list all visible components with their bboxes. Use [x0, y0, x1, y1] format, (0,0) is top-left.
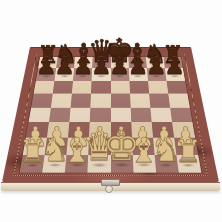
board-square-c7 [73, 68, 92, 80]
board-square-f8 [128, 57, 147, 69]
board-square-c6 [72, 81, 92, 94]
board-square-d2 [89, 138, 111, 155]
board-square-b5 [51, 94, 72, 108]
board-square-h1 [176, 155, 201, 173]
board-square-a4 [29, 107, 51, 122]
board-square-g7 [147, 68, 167, 80]
board-square-d3 [89, 122, 110, 138]
board-square-g1 [154, 155, 178, 173]
board-square-c4 [70, 107, 91, 122]
board-square-e2 [111, 138, 133, 155]
clasp-ring-icon [105, 185, 113, 193]
board-square-e7 [111, 68, 130, 80]
board-square-b1 [42, 155, 66, 173]
board-square-b4 [49, 107, 71, 122]
board-square-f6 [129, 81, 149, 94]
board-square-h7 [165, 68, 185, 80]
board-square-g5 [149, 94, 170, 108]
board-square-g2 [153, 138, 176, 155]
board-grid [20, 57, 202, 173]
board-square-c3 [68, 122, 90, 138]
board-square-h2 [174, 138, 198, 155]
board-square-b8 [56, 57, 75, 69]
chess-board [2, 47, 219, 182]
board-square-f5 [130, 94, 150, 108]
board-square-e8 [111, 57, 129, 69]
board-square-f2 [132, 138, 155, 155]
board-square-h6 [166, 81, 187, 94]
board-square-c8 [74, 57, 93, 69]
board-square-a6 [34, 81, 55, 94]
board-square-a1 [20, 155, 45, 173]
board-square-a5 [31, 94, 53, 108]
board-square-f4 [130, 107, 151, 122]
board-square-g8 [146, 57, 165, 69]
board-square-h3 [172, 122, 195, 138]
board-square-a7 [36, 68, 56, 80]
board-square-d4 [90, 107, 110, 122]
board-square-h8 [163, 57, 183, 69]
board-square-e5 [111, 94, 131, 108]
board-square-d1 [88, 155, 111, 173]
board-square-b3 [47, 122, 70, 138]
board-square-f1 [132, 155, 156, 173]
board-square-e6 [111, 81, 130, 94]
chess-set-photo: ♜♞♝♛♚♝♞♜♟♟♟♟♟♟♟♟♟♟♟♟♟♟♟♟♜♞♝♛♚♝♞♜ [0, 0, 222, 222]
board-square-d5 [91, 94, 111, 108]
board-square-e1 [111, 155, 134, 173]
board-square-b7 [55, 68, 75, 80]
board-square-b6 [53, 81, 73, 94]
board-square-g3 [151, 122, 174, 138]
board-square-f3 [131, 122, 153, 138]
board-square-g6 [148, 81, 168, 94]
board-square-d6 [91, 81, 110, 94]
board-square-c1 [65, 155, 89, 173]
board-square-f7 [129, 68, 148, 80]
board-square-e4 [111, 107, 131, 122]
board-square-c2 [67, 138, 90, 155]
board-square-d8 [92, 57, 110, 69]
board-square-a3 [26, 122, 49, 138]
board-square-c5 [71, 94, 91, 108]
board-square-d7 [92, 68, 111, 80]
board-square-b2 [45, 138, 68, 155]
board-square-h5 [168, 94, 190, 108]
board-square-a8 [38, 57, 58, 69]
board-square-e3 [111, 122, 132, 138]
board-square-a2 [23, 138, 47, 155]
board-square-h4 [170, 107, 192, 122]
board-square-g4 [150, 107, 172, 122]
